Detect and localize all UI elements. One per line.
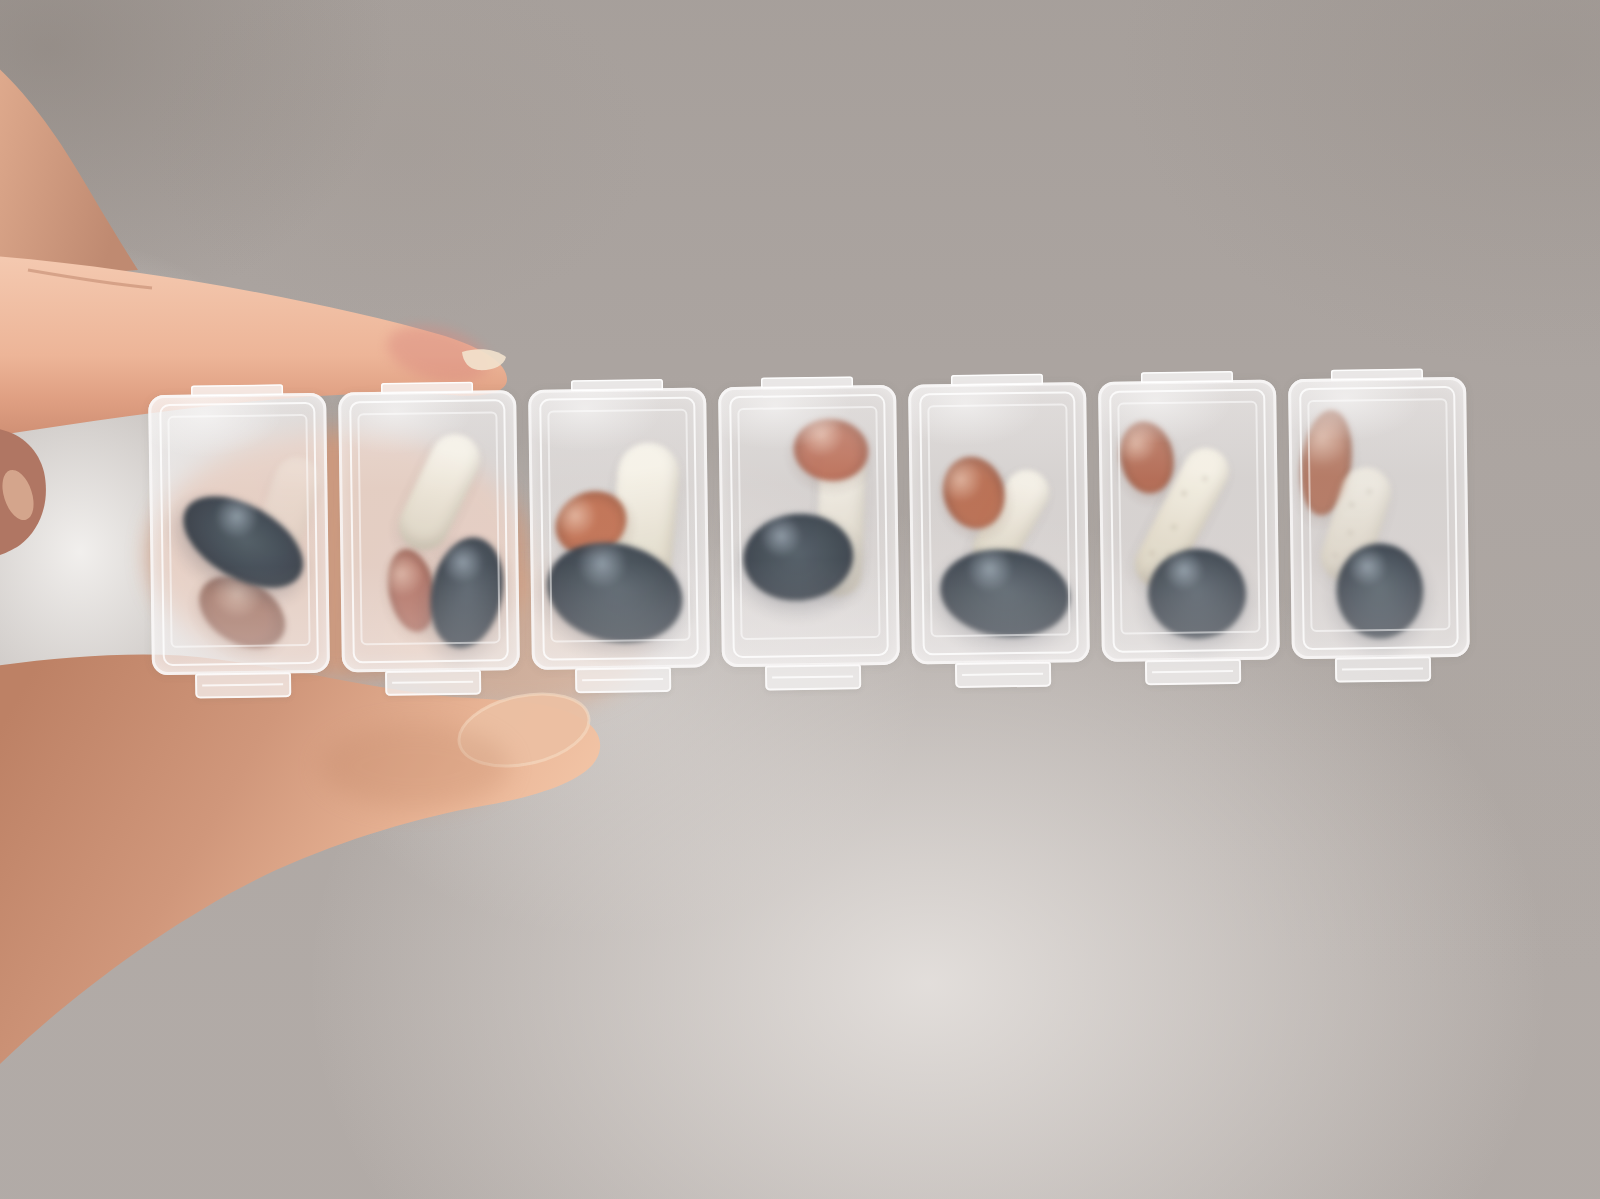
- latch-tab: [575, 667, 671, 693]
- photo-stage: A left hand holds a translucent frosted …: [0, 0, 1600, 1199]
- pill-layer: [908, 382, 1090, 664]
- latch-tab: [1335, 656, 1431, 682]
- latch-line: [583, 678, 664, 681]
- latch-tab: [955, 662, 1051, 688]
- pill-softgel-navy: [421, 531, 513, 655]
- compartment-3: [528, 387, 710, 669]
- hinge-tab: [571, 379, 664, 391]
- latch-line: [962, 672, 1043, 675]
- latch-tab: [765, 664, 861, 690]
- pill-layer: [148, 393, 330, 675]
- pill-layer: [528, 387, 710, 669]
- pill-softgel-navy: [1147, 548, 1247, 640]
- pill-softgel-navy: [935, 542, 1075, 644]
- latch-tab: [385, 670, 481, 696]
- pill-tablet-orange: [1114, 416, 1180, 498]
- pillbox-tray: [148, 377, 1470, 675]
- pill-softgel-navy: [1336, 543, 1425, 639]
- pill-layer: [1288, 377, 1470, 659]
- latch-tab: [195, 672, 291, 698]
- latch-line: [1152, 670, 1233, 673]
- compartment-4: [718, 385, 900, 667]
- pill-layer: [718, 385, 900, 667]
- corner-finger: [0, 64, 138, 272]
- latch-line: [393, 680, 474, 683]
- pill-layer: [338, 390, 520, 672]
- compartment-7: [1288, 377, 1470, 659]
- latch-line: [203, 683, 284, 686]
- pill-layer: [1098, 379, 1280, 661]
- hinge-tab: [381, 382, 474, 394]
- compartment-5: [908, 382, 1090, 664]
- hinge-tab: [1331, 368, 1424, 380]
- compartment-2: [338, 390, 520, 672]
- latch-tab: [1145, 659, 1241, 685]
- hinge-tab: [1141, 371, 1234, 383]
- hinge-tab: [761, 376, 854, 388]
- hinge-tab: [951, 374, 1044, 386]
- latch-line: [1342, 667, 1423, 670]
- thumb-knuckle-shadow: [320, 724, 510, 808]
- latch-line: [772, 675, 853, 678]
- compartment-6: [1098, 379, 1280, 661]
- compartment-1: [148, 393, 330, 675]
- hinge-tab: [191, 384, 284, 396]
